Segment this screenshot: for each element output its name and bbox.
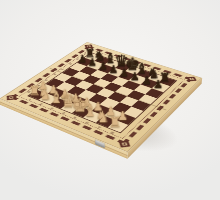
product-photo: 12345678 12345678 ♜♞♝♛♚♝♞♜♟♟♟♟♟♟♟♟♟♟♟♟♟♟… <box>0 0 220 200</box>
corner-diamond-icon <box>119 141 130 148</box>
piece-black-pawn-h7[interactable]: ♟ <box>151 79 164 90</box>
coordinate-label: 8 <box>109 131 114 135</box>
piece-white-rook-h1[interactable]: ♜ <box>107 115 122 130</box>
corner-diamond-icon <box>187 77 197 82</box>
